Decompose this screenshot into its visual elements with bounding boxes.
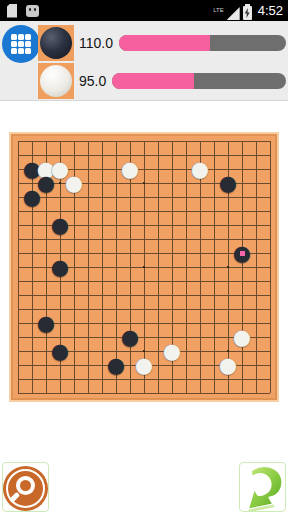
intersection[interactable]: ● <box>67 176 81 190</box>
intersection[interactable] <box>263 344 277 358</box>
white-stone: ● <box>135 358 153 372</box>
intersection[interactable]: ● <box>193 162 207 176</box>
intersection[interactable] <box>179 190 193 204</box>
intersection[interactable] <box>165 288 179 302</box>
intersection[interactable] <box>95 330 109 344</box>
intersection[interactable] <box>137 386 151 400</box>
intersection[interactable] <box>95 274 109 288</box>
intersection[interactable] <box>81 386 95 400</box>
intersection[interactable] <box>25 288 39 302</box>
white-stone: ● <box>233 330 251 344</box>
intersection[interactable] <box>95 246 109 260</box>
intersection[interactable] <box>11 218 25 232</box>
intersection[interactable] <box>207 386 221 400</box>
intersection[interactable] <box>25 344 39 358</box>
intersection[interactable] <box>25 358 39 372</box>
intersection[interactable] <box>263 162 277 176</box>
intersection[interactable] <box>179 204 193 218</box>
intersection[interactable] <box>179 386 193 400</box>
intersection[interactable] <box>11 302 25 316</box>
intersection[interactable] <box>263 330 277 344</box>
intersection[interactable] <box>95 302 109 316</box>
intersection[interactable] <box>137 204 151 218</box>
intersection[interactable] <box>193 218 207 232</box>
intersection[interactable] <box>263 176 277 190</box>
black-stone: ● <box>23 190 41 204</box>
intersection[interactable] <box>151 148 165 162</box>
intersection[interactable] <box>81 246 95 260</box>
intersection[interactable] <box>249 190 263 204</box>
intersection[interactable]: ● <box>137 358 151 372</box>
menu-button[interactable] <box>2 25 40 63</box>
intersection[interactable] <box>95 190 109 204</box>
intersection[interactable] <box>207 246 221 260</box>
intersection[interactable] <box>165 386 179 400</box>
intersection[interactable] <box>263 260 277 274</box>
white-stone: ● <box>219 358 237 372</box>
intersection[interactable] <box>123 260 137 274</box>
white-stone: ● <box>121 162 139 176</box>
intersection[interactable] <box>249 288 263 302</box>
intersection[interactable] <box>263 246 277 260</box>
intersection[interactable] <box>151 190 165 204</box>
intersection[interactable] <box>95 176 109 190</box>
intersection[interactable] <box>235 302 249 316</box>
intersection[interactable] <box>235 134 249 148</box>
intersection[interactable] <box>165 260 179 274</box>
intersection[interactable] <box>123 274 137 288</box>
intersection[interactable] <box>207 232 221 246</box>
intersection[interactable] <box>67 302 81 316</box>
intersection[interactable]: ● <box>123 330 137 344</box>
go-board[interactable]: ●●●●●●●●●●●●●●●●●●●● <box>11 134 277 400</box>
intersection[interactable] <box>207 288 221 302</box>
intersection[interactable] <box>235 274 249 288</box>
intersection[interactable] <box>179 260 193 274</box>
intersection[interactable] <box>193 316 207 330</box>
intersection[interactable] <box>249 372 263 386</box>
intersection[interactable] <box>193 274 207 288</box>
intersection[interactable]: ● <box>235 246 249 260</box>
intersection[interactable] <box>11 386 25 400</box>
intersection[interactable]: ● <box>235 330 249 344</box>
intersection[interactable] <box>263 204 277 218</box>
intersection[interactable] <box>137 274 151 288</box>
intersection[interactable] <box>95 386 109 400</box>
intersection[interactable] <box>193 302 207 316</box>
intersection[interactable] <box>249 204 263 218</box>
intersection[interactable] <box>263 372 277 386</box>
intersection[interactable] <box>11 232 25 246</box>
intersection[interactable] <box>67 134 81 148</box>
intersection[interactable] <box>53 386 67 400</box>
intersection[interactable] <box>165 190 179 204</box>
white-stone: ● <box>163 344 181 358</box>
intersection[interactable] <box>39 134 53 148</box>
battery-charging-icon <box>243 6 252 20</box>
intersection[interactable] <box>53 134 67 148</box>
intersection[interactable] <box>81 372 95 386</box>
intersection[interactable] <box>249 260 263 274</box>
intersection[interactable] <box>221 134 235 148</box>
intersection[interactable] <box>67 316 81 330</box>
intersection[interactable] <box>95 162 109 176</box>
intersection[interactable] <box>263 316 277 330</box>
intersection[interactable] <box>137 246 151 260</box>
intersection[interactable] <box>193 288 207 302</box>
intersection[interactable] <box>81 316 95 330</box>
intersection[interactable] <box>249 386 263 400</box>
intersection[interactable] <box>179 302 193 316</box>
black-stone: ● <box>37 316 55 330</box>
intersection[interactable] <box>207 134 221 148</box>
magnifier-icon <box>3 466 48 511</box>
intersection[interactable] <box>165 162 179 176</box>
intersection[interactable] <box>165 232 179 246</box>
intersection[interactable] <box>165 302 179 316</box>
black-stone-icon <box>38 25 74 61</box>
intersection[interactable] <box>151 204 165 218</box>
intersection[interactable] <box>109 386 123 400</box>
intersection[interactable] <box>263 302 277 316</box>
intersection[interactable] <box>137 218 151 232</box>
intersection[interactable] <box>81 148 95 162</box>
intersection[interactable] <box>179 246 193 260</box>
intersection[interactable] <box>137 316 151 330</box>
intersection[interactable] <box>179 274 193 288</box>
intersection[interactable] <box>137 190 151 204</box>
intersection[interactable] <box>151 218 165 232</box>
magnifier-button[interactable] <box>2 462 49 512</box>
intersection[interactable] <box>25 246 39 260</box>
intersection[interactable] <box>193 232 207 246</box>
intersection[interactable] <box>165 204 179 218</box>
intersection[interactable] <box>67 358 81 372</box>
intersection[interactable] <box>263 190 277 204</box>
intersection[interactable]: ● <box>165 344 179 358</box>
score-panel: 110.0 95.0 <box>0 21 288 101</box>
intersection[interactable] <box>165 372 179 386</box>
intersection[interactable] <box>179 372 193 386</box>
intersection[interactable] <box>235 162 249 176</box>
intersection[interactable] <box>165 148 179 162</box>
intersection[interactable] <box>179 288 193 302</box>
intersection[interactable] <box>207 204 221 218</box>
white-score: 95.0 <box>79 73 106 89</box>
intersection[interactable] <box>95 218 109 232</box>
intersection[interactable] <box>81 358 95 372</box>
intersection[interactable] <box>179 358 193 372</box>
intersection[interactable] <box>67 386 81 400</box>
intersection[interactable] <box>151 176 165 190</box>
intersection[interactable] <box>193 246 207 260</box>
magnifier-lens <box>16 476 35 495</box>
intersection[interactable] <box>11 134 25 148</box>
intersection[interactable] <box>109 232 123 246</box>
intersection[interactable] <box>249 148 263 162</box>
status-bar: LTE 4:52 <box>0 0 288 21</box>
intersection[interactable] <box>95 260 109 274</box>
intersection[interactable] <box>221 148 235 162</box>
intersection[interactable] <box>81 274 95 288</box>
intersection[interactable] <box>263 134 277 148</box>
intersection[interactable] <box>11 358 25 372</box>
intersection[interactable] <box>67 246 81 260</box>
intersection[interactable] <box>221 288 235 302</box>
intersection[interactable] <box>123 288 137 302</box>
intersection[interactable] <box>25 218 39 232</box>
intersection[interactable] <box>235 218 249 232</box>
intersection[interactable] <box>53 288 67 302</box>
intersection[interactable] <box>207 330 221 344</box>
intersection[interactable] <box>263 288 277 302</box>
intersection[interactable] <box>179 232 193 246</box>
black-stone: ● <box>219 176 237 190</box>
intersection[interactable] <box>151 288 165 302</box>
intersection[interactable] <box>207 316 221 330</box>
intersection[interactable] <box>11 274 25 288</box>
intersection[interactable] <box>81 330 95 344</box>
intersection[interactable] <box>11 246 25 260</box>
intersection[interactable] <box>81 260 95 274</box>
intersection[interactable] <box>25 232 39 246</box>
intersection[interactable] <box>179 134 193 148</box>
intersection[interactable] <box>249 162 263 176</box>
intersection[interactable] <box>95 134 109 148</box>
intersection[interactable] <box>193 358 207 372</box>
intersection[interactable] <box>151 372 165 386</box>
intersection[interactable] <box>193 330 207 344</box>
signal-strength-icon <box>227 7 240 20</box>
intersection[interactable] <box>179 316 193 330</box>
intersection[interactable] <box>25 372 39 386</box>
intersection[interactable] <box>249 302 263 316</box>
intersection[interactable] <box>249 134 263 148</box>
intersection[interactable] <box>67 372 81 386</box>
intersection[interactable] <box>53 302 67 316</box>
intersection[interactable] <box>11 316 25 330</box>
black-stone: ● <box>107 358 125 372</box>
intersection[interactable] <box>123 246 137 260</box>
intersection[interactable] <box>207 274 221 288</box>
intersection[interactable] <box>95 316 109 330</box>
intersection[interactable] <box>221 274 235 288</box>
intersection[interactable] <box>109 204 123 218</box>
intersection[interactable] <box>123 218 137 232</box>
intersection[interactable] <box>109 218 123 232</box>
intersection[interactable] <box>207 148 221 162</box>
black-stone: ● <box>51 344 69 358</box>
intersection[interactable]: ● <box>39 176 53 190</box>
intersection[interactable] <box>165 176 179 190</box>
intersection[interactable] <box>11 372 25 386</box>
intersection[interactable]: ● <box>221 358 235 372</box>
intersection[interactable] <box>25 134 39 148</box>
intersection[interactable] <box>249 218 263 232</box>
intersection[interactable] <box>109 190 123 204</box>
intersection[interactable] <box>235 148 249 162</box>
intersection[interactable] <box>249 176 263 190</box>
intersection[interactable] <box>249 232 263 246</box>
intersection[interactable] <box>151 134 165 148</box>
intersection[interactable] <box>165 274 179 288</box>
intersection[interactable] <box>249 344 263 358</box>
intersection[interactable] <box>123 190 137 204</box>
intersection[interactable]: ● <box>53 218 67 232</box>
black-stone: ● <box>233 246 251 260</box>
intersection[interactable] <box>137 260 151 274</box>
intersection[interactable]: ● <box>39 316 53 330</box>
intersection[interactable] <box>11 288 25 302</box>
black-player-row: 110.0 <box>38 24 288 61</box>
intersection[interactable] <box>67 288 81 302</box>
intersection[interactable] <box>81 134 95 148</box>
intersection[interactable] <box>67 330 81 344</box>
intersection[interactable] <box>39 372 53 386</box>
intersection[interactable] <box>137 176 151 190</box>
intersection[interactable] <box>95 204 109 218</box>
intersection[interactable] <box>25 274 39 288</box>
intersection[interactable] <box>123 232 137 246</box>
adb-robot-icon <box>26 5 39 17</box>
intersection[interactable] <box>81 204 95 218</box>
intersection[interactable] <box>207 218 221 232</box>
intersection[interactable] <box>151 386 165 400</box>
intersection[interactable] <box>235 288 249 302</box>
white-player-row: 95.0 <box>38 62 288 99</box>
intersection[interactable] <box>123 302 137 316</box>
white-stone-icon <box>38 63 74 99</box>
intersection[interactable] <box>81 344 95 358</box>
intersection[interactable] <box>193 372 207 386</box>
intersection[interactable] <box>221 204 235 218</box>
intersection[interactable] <box>151 274 165 288</box>
intersection[interactable] <box>165 246 179 260</box>
intersection[interactable] <box>151 246 165 260</box>
intersection[interactable] <box>249 274 263 288</box>
intersection[interactable] <box>137 232 151 246</box>
intersection[interactable] <box>81 162 95 176</box>
intersection[interactable] <box>263 232 277 246</box>
intersection[interactable] <box>39 288 53 302</box>
intersection[interactable] <box>151 232 165 246</box>
intersection[interactable] <box>109 260 123 274</box>
intersection[interactable] <box>67 204 81 218</box>
intersection[interactable] <box>81 288 95 302</box>
intersection[interactable] <box>193 134 207 148</box>
curved-arrow-icon <box>241 464 285 512</box>
intersection[interactable] <box>25 260 39 274</box>
intersection[interactable] <box>165 316 179 330</box>
intersection[interactable]: ● <box>53 260 67 274</box>
intersection[interactable] <box>235 190 249 204</box>
intersection[interactable] <box>137 134 151 148</box>
green-arrow-button[interactable] <box>239 462 286 512</box>
intersection[interactable] <box>67 148 81 162</box>
intersection[interactable] <box>249 358 263 372</box>
intersection[interactable] <box>109 134 123 148</box>
intersection[interactable] <box>221 386 235 400</box>
intersection[interactable] <box>193 386 207 400</box>
intersection[interactable] <box>151 260 165 274</box>
intersection[interactable] <box>123 386 137 400</box>
intersection[interactable] <box>25 386 39 400</box>
intersection[interactable] <box>193 260 207 274</box>
intersection[interactable] <box>109 302 123 316</box>
intersection[interactable]: ● <box>221 176 235 190</box>
intersection[interactable] <box>221 302 235 316</box>
intersection[interactable] <box>221 218 235 232</box>
intersection[interactable] <box>235 386 249 400</box>
intersection[interactable] <box>179 218 193 232</box>
intersection[interactable] <box>165 218 179 232</box>
board-grid: ●●●●●●●●●●●●●●●●●●●● <box>11 134 277 400</box>
intersection[interactable] <box>151 316 165 330</box>
intersection[interactable] <box>67 232 81 246</box>
intersection[interactable] <box>193 190 207 204</box>
white-score-bar-fill <box>112 73 194 89</box>
intersection[interactable] <box>137 288 151 302</box>
intersection[interactable] <box>249 316 263 330</box>
intersection[interactable] <box>137 148 151 162</box>
intersection[interactable]: ● <box>53 344 67 358</box>
intersection[interactable] <box>109 246 123 260</box>
intersection[interactable] <box>207 302 221 316</box>
intersection[interactable] <box>109 274 123 288</box>
intersection[interactable] <box>123 134 137 148</box>
white-score-bar <box>112 73 286 89</box>
intersection[interactable]: ● <box>123 162 137 176</box>
intersection[interactable] <box>193 204 207 218</box>
intersection[interactable]: ● <box>25 190 39 204</box>
intersection[interactable] <box>39 386 53 400</box>
intersection[interactable] <box>81 302 95 316</box>
intersection[interactable] <box>11 344 25 358</box>
intersection[interactable] <box>235 204 249 218</box>
intersection[interactable] <box>95 148 109 162</box>
intersection[interactable] <box>67 274 81 288</box>
intersection[interactable] <box>95 232 109 246</box>
intersection[interactable] <box>11 260 25 274</box>
intersection[interactable] <box>137 302 151 316</box>
intersection[interactable] <box>235 372 249 386</box>
intersection[interactable] <box>81 232 95 246</box>
intersection[interactable] <box>165 134 179 148</box>
intersection[interactable] <box>263 386 277 400</box>
intersection[interactable] <box>207 260 221 274</box>
intersection[interactable] <box>53 372 67 386</box>
intersection[interactable] <box>263 274 277 288</box>
intersection[interactable] <box>151 302 165 316</box>
intersection[interactable] <box>109 288 123 302</box>
intersection[interactable] <box>179 330 193 344</box>
intersection[interactable] <box>95 288 109 302</box>
intersection[interactable] <box>11 330 25 344</box>
intersection[interactable] <box>193 344 207 358</box>
charging-bolt-icon <box>244 8 251 18</box>
intersection[interactable] <box>263 218 277 232</box>
intersection[interactable] <box>123 204 137 218</box>
intersection[interactable] <box>81 218 95 232</box>
intersection[interactable] <box>151 162 165 176</box>
black-score: 110.0 <box>79 35 113 51</box>
intersection[interactable] <box>81 190 95 204</box>
intersection[interactable] <box>263 148 277 162</box>
magnifier-handle <box>9 492 20 503</box>
intersection[interactable] <box>263 358 277 372</box>
black-score-bar-fill <box>119 35 210 51</box>
intersection[interactable]: ● <box>109 358 123 372</box>
